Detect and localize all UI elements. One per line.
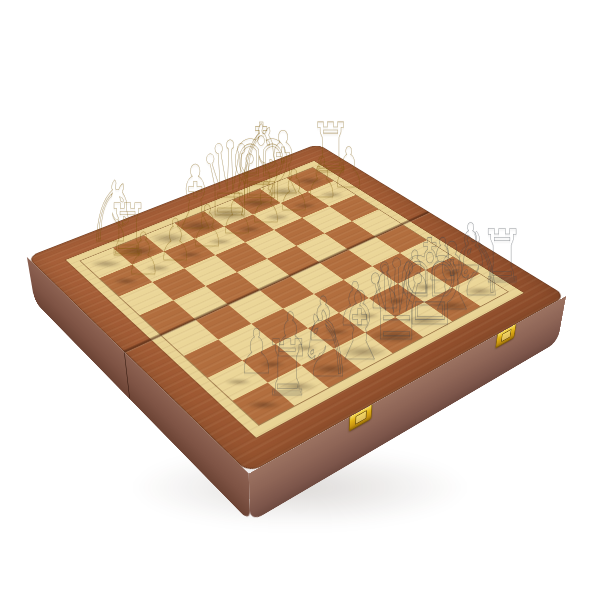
square-f1[interactable] — [395, 302, 452, 337]
square-e1[interactable] — [365, 317, 423, 353]
square-e3[interactable] — [314, 280, 369, 313]
square-h1[interactable] — [452, 274, 507, 306]
square-c4[interactable] — [228, 290, 283, 324]
square-b1[interactable] — [268, 365, 329, 406]
square-d4[interactable] — [260, 276, 314, 309]
square-a3[interactable] — [184, 340, 242, 378]
square-a2[interactable] — [208, 361, 268, 401]
square-b5[interactable] — [173, 286, 228, 319]
square-c3[interactable] — [251, 309, 308, 344]
board-top-face — [27, 144, 566, 474]
square-a5[interactable] — [140, 300, 195, 335]
square-a4[interactable] — [161, 319, 218, 355]
folding-chess-box — [27, 144, 566, 474]
square-c1[interactable] — [301, 349, 361, 388]
square-d3[interactable] — [283, 294, 339, 328]
square-e2[interactable] — [339, 298, 395, 332]
fold-seam-side — [124, 352, 131, 400]
square-d1[interactable] — [334, 333, 393, 371]
square-a6[interactable] — [119, 282, 173, 315]
square-b3[interactable] — [218, 324, 276, 361]
square-d2[interactable] — [308, 313, 365, 349]
square-c5[interactable] — [206, 272, 260, 304]
square-b4[interactable] — [195, 304, 251, 339]
square-g1[interactable] — [424, 288, 480, 322]
chess-set-photo: ♜♞♟♝♟♚♟♛♟♝♟♞♟♜♟♟♟♟♜♟♞♟♝♟♚♟♛♟♝♟♞♜ — [0, 0, 600, 600]
square-b2[interactable] — [242, 344, 301, 383]
square-f2[interactable] — [369, 284, 424, 317]
square-c2[interactable] — [276, 328, 334, 365]
square-a1[interactable] — [233, 383, 295, 425]
